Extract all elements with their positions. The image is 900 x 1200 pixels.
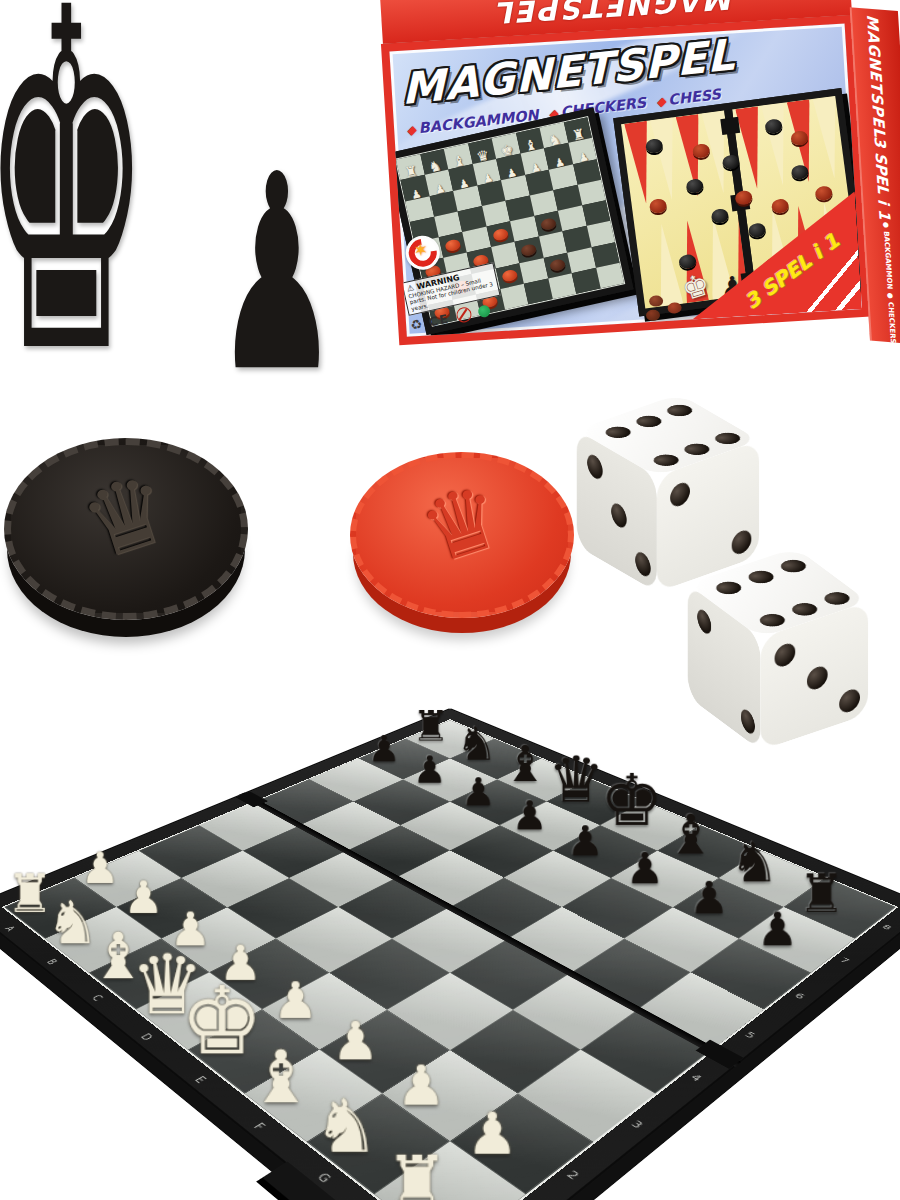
backgammon-point: [650, 117, 683, 201]
die-pip: [839, 687, 860, 716]
art-red-checker: [444, 238, 461, 252]
die-pip: [587, 451, 602, 482]
product-photo-scene: ♚ ♟ MAGNETSPEL MAGNETSPEL ◆BACKGAMMON◆CH…: [0, 0, 900, 1200]
art-checker-dot: [649, 295, 664, 307]
die-pip: [631, 413, 666, 429]
die-pip: [679, 441, 714, 457]
die-pip: [741, 706, 755, 738]
not-for-under-3-icon: [455, 306, 473, 324]
art-red-checker: [501, 269, 518, 283]
backgammon-point: [813, 96, 846, 180]
box-front-panel: MAGNETSPEL ◆BACKGAMMON◆CHECKERS◆CHESS ♜♞…: [381, 15, 871, 345]
giant-black-pawn-piece: ♟: [214, 150, 340, 398]
die-pip: [662, 403, 697, 419]
art-chess-square: [596, 262, 625, 288]
die-pip: [611, 500, 626, 531]
white-die-2: [724, 575, 832, 724]
die-pip: [649, 452, 684, 468]
diamond-bullet-icon: ◆: [655, 94, 666, 109]
die-pip: [635, 549, 650, 580]
product-box: MAGNETSPEL MAGNETSPEL ◆BACKGAMMON◆CHECKE…: [378, 0, 900, 399]
die-pip: [601, 424, 636, 440]
die-pip: [744, 568, 779, 585]
recycle-icon: ♻: [409, 316, 423, 333]
white-die-1: [617, 417, 719, 569]
die-pip: [775, 641, 796, 670]
die-pip: [670, 480, 690, 509]
giant-black-king-piece: ♚: [0, 0, 151, 400]
side-panel-badge: 3 SPEL i 1: [870, 136, 893, 221]
diamond-bullet-icon: ◆: [406, 123, 417, 138]
art-red-checker: [492, 227, 509, 241]
art-brown-checker: [549, 258, 566, 272]
die-pip: [820, 590, 855, 607]
backgammon-point: [761, 103, 794, 187]
side-panel-title: MAGNETSPEL: [863, 14, 889, 139]
art-checker-dot: [646, 309, 661, 321]
side-panel-games-list: ● BACKGAMMON ● CHECKERS ● CHESS: [880, 220, 900, 382]
crown-emblem: ♛: [71, 459, 181, 576]
die-pip: [776, 557, 811, 574]
art-brown-checker: [520, 243, 537, 257]
die-pip: [732, 528, 752, 557]
art-brown-checker: [540, 217, 557, 231]
die-pip: [787, 601, 822, 618]
backgammon-point: [624, 121, 657, 205]
die-pip: [697, 606, 711, 638]
backgammon-hinge-tab: [720, 117, 740, 135]
die-pip: [710, 430, 745, 446]
green-dot-icon: [477, 304, 491, 318]
crown-emblem: ♛: [411, 470, 513, 578]
white-rook-piece: ♜: [363, 1147, 472, 1200]
starburst-icon: ✶: [413, 239, 428, 260]
die-pip: [755, 612, 790, 629]
black-checker-piece: ♛: [4, 438, 248, 620]
die-pip: [807, 664, 828, 693]
die-pip: [711, 579, 746, 596]
chess-board: ♜♞♝♛♚♝♞♜♟♟♟♟♟♟♟♟♟♟♟♟♟♟♟♟♜♞♝♛♚♝♞♜ ABCDEFG…: [5, 720, 896, 1200]
art-checker-dot: [667, 302, 682, 314]
red-checker-piece: ♛: [350, 452, 574, 618]
black-pawn-piece: ♟: [736, 906, 819, 952]
board-squares-grid: ♜♞♝♛♚♝♞♜♟♟♟♟♟♟♟♟♟♟♟♟♟♟♟♟♜♞♝♛♚♝♞♜: [5, 720, 896, 1200]
